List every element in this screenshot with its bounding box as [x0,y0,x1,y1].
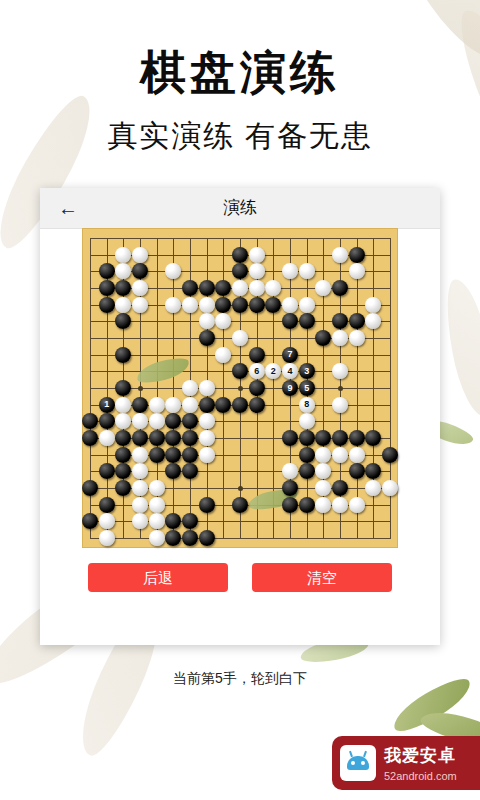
move-status-text: 当前第5手，轮到白下 [0,670,480,688]
white-stone [115,297,131,313]
black-stone [82,513,98,529]
star-point [138,386,143,391]
white-stone [149,480,165,496]
black-stone: 1 [99,397,115,413]
black-stone [165,463,181,479]
white-stone [199,447,215,463]
go-board[interactable]: 762439518 [82,228,398,548]
white-stone [115,247,131,263]
black-stone [299,497,315,513]
white-stone: 2 [265,363,281,379]
android-robot-icon [340,745,376,781]
black-stone [99,463,115,479]
app-watermark-badge[interactable]: 我爱安卓 52android.com [332,736,480,790]
black-stone [332,480,348,496]
black-stone [199,280,215,296]
star-point [238,486,243,491]
white-stone [132,280,148,296]
white-stone [132,463,148,479]
black-stone [332,313,348,329]
white-stone [149,530,165,546]
black-stone [382,447,398,463]
white-stone [315,463,331,479]
black-stone [199,497,215,513]
white-stone [282,297,298,313]
white-stone [332,397,348,413]
white-stone [332,247,348,263]
white-stone [349,263,365,279]
black-stone [165,447,181,463]
black-stone [249,397,265,413]
black-stone [232,363,248,379]
white-stone [332,497,348,513]
white-stone [349,330,365,346]
white-stone [182,297,198,313]
bamboo-watermark [440,276,480,420]
white-stone [199,413,215,429]
white-stone [365,480,381,496]
white-stone [382,480,398,496]
black-stone [315,330,331,346]
black-stone [132,430,148,446]
black-stone [282,497,298,513]
black-stone [282,313,298,329]
black-stone [232,497,248,513]
black-stone [99,263,115,279]
practice-card: ← 演练 762439518 后退 清空 [40,188,440,645]
black-stone [299,430,315,446]
black-stone [165,530,181,546]
white-stone [132,447,148,463]
white-stone [99,430,115,446]
white-stone [332,363,348,379]
white-stone [215,313,231,329]
white-stone [99,513,115,529]
black-stone [149,430,165,446]
black-stone [232,397,248,413]
white-stone: 4 [282,363,298,379]
white-stone [199,380,215,396]
white-stone [115,397,131,413]
white-stone [349,447,365,463]
black-stone [115,480,131,496]
undo-button[interactable]: 后退 [88,563,228,592]
white-stone [182,397,198,413]
white-stone [199,430,215,446]
black-stone [132,263,148,279]
black-stone [99,297,115,313]
badge-text: 我爱安卓 52android.com [384,744,457,782]
black-stone [182,513,198,529]
star-point [338,386,343,391]
black-stone [149,447,165,463]
white-stone [265,280,281,296]
grid-line [173,238,174,539]
black-stone [282,430,298,446]
white-stone [232,330,248,346]
black-stone [99,280,115,296]
white-stone [149,497,165,513]
white-stone [132,513,148,529]
black-stone [215,397,231,413]
black-stone [349,430,365,446]
star-point [238,386,243,391]
white-stone [215,347,231,363]
black-stone [165,513,181,529]
button-row: 后退 清空 [40,563,440,592]
black-stone [349,313,365,329]
black-stone [82,413,98,429]
black-stone [182,530,198,546]
black-stone [232,263,248,279]
black-stone [82,480,98,496]
white-stone [115,413,131,429]
black-stone: 7 [282,347,298,363]
white-stone [315,447,331,463]
black-stone [115,380,131,396]
white-stone [165,297,181,313]
white-stone: 6 [249,363,265,379]
white-stone [315,480,331,496]
white-stone [165,397,181,413]
white-stone [332,447,348,463]
grid-line [90,238,391,239]
black-stone [215,297,231,313]
black-stone [182,463,198,479]
black-stone [99,497,115,513]
white-stone [115,263,131,279]
black-stone [349,247,365,263]
white-stone [132,247,148,263]
white-stone [232,280,248,296]
white-stone [282,263,298,279]
black-stone [315,430,331,446]
black-stone [332,430,348,446]
black-stone [165,430,181,446]
white-stone [99,530,115,546]
black-stone [182,280,198,296]
black-stone [299,463,315,479]
white-stone [132,297,148,313]
black-stone [115,280,131,296]
white-stone [249,247,265,263]
black-stone [232,297,248,313]
white-stone [132,413,148,429]
black-stone [199,330,215,346]
clear-button[interactable]: 清空 [252,563,392,592]
badge-domain: 52android.com [384,770,457,782]
card-title: 演练 [40,188,440,228]
black-stone: 3 [299,363,315,379]
white-stone [149,413,165,429]
white-stone [182,380,198,396]
white-stone [149,397,165,413]
black-stone [299,447,315,463]
white-stone [132,480,148,496]
card-header: ← 演练 [40,188,440,229]
black-stone [215,280,231,296]
white-stone [299,413,315,429]
black-stone [132,397,148,413]
white-stone [349,497,365,513]
badge-app-name: 我爱安卓 [384,744,457,767]
white-stone [132,497,148,513]
black-stone [199,530,215,546]
page-title: 棋盘演练 [0,42,480,104]
white-stone [249,263,265,279]
black-stone [82,430,98,446]
black-stone [265,297,281,313]
black-stone [249,380,265,396]
black-stone [232,247,248,263]
black-stone [365,430,381,446]
black-stone [365,463,381,479]
white-stone [332,330,348,346]
grid-line [90,355,391,356]
black-stone [115,447,131,463]
black-stone [332,280,348,296]
black-stone: 5 [299,380,315,396]
white-stone [365,297,381,313]
white-stone [199,313,215,329]
white-stone [365,313,381,329]
white-stone [299,263,315,279]
black-stone [165,413,181,429]
white-stone [282,463,298,479]
black-stone: 9 [282,380,298,396]
black-stone [249,347,265,363]
white-stone [315,497,331,513]
black-stone [182,430,198,446]
black-stone [199,397,215,413]
white-stone [315,280,331,296]
black-stone [99,413,115,429]
black-stone [115,347,131,363]
white-stone [299,297,315,313]
white-stone [199,297,215,313]
black-stone [299,313,315,329]
page-subtitle: 真实演练 有备无患 [0,116,480,157]
white-stone [249,280,265,296]
black-stone [115,463,131,479]
black-stone [282,480,298,496]
white-stone: 8 [299,397,315,413]
black-stone [349,463,365,479]
white-stone [165,263,181,279]
black-stone [182,413,198,429]
black-stone [115,313,131,329]
black-stone [182,447,198,463]
white-stone [149,513,165,529]
black-stone [115,430,131,446]
black-stone [249,297,265,313]
